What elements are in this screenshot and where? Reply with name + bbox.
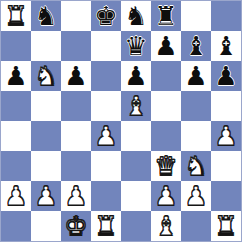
white-bishop-icon[interactable]: ♝ (124, 91, 147, 121)
square-f7[interactable]: ♟ (151, 31, 181, 61)
square-d3[interactable] (91, 151, 121, 181)
white-rook-icon[interactable]: ♜ (94, 211, 117, 241)
white-pawn-icon[interactable]: ♟ (94, 121, 117, 151)
square-h3[interactable] (211, 151, 241, 181)
square-f5[interactable] (151, 91, 181, 121)
square-g5[interactable] (181, 91, 211, 121)
square-g1[interactable] (181, 211, 211, 241)
square-f6[interactable] (151, 61, 181, 91)
square-f4[interactable] (151, 121, 181, 151)
chess-board: ♜♞♚♞♜♛♟♝♝♟♞♟♟♟♟♝♟♟♛♞♟♟♟♟♟♚♜♝♜ (0, 0, 242, 242)
square-e8[interactable]: ♞ (121, 1, 151, 31)
square-b5[interactable] (31, 91, 61, 121)
square-h8[interactable] (211, 1, 241, 31)
square-h7[interactable]: ♝ (211, 31, 241, 61)
square-d5[interactable] (91, 91, 121, 121)
square-a3[interactable] (1, 151, 31, 181)
white-rook-icon[interactable]: ♜ (4, 1, 27, 31)
white-pawn-icon[interactable]: ♟ (4, 181, 27, 211)
white-rook-icon[interactable]: ♜ (214, 211, 237, 241)
square-b3[interactable] (31, 151, 61, 181)
black-pawn-icon[interactable]: ♟ (64, 61, 87, 91)
square-a1[interactable] (1, 211, 31, 241)
black-pawn-icon[interactable]: ♟ (154, 31, 177, 61)
square-h5[interactable] (211, 91, 241, 121)
black-bishop-icon[interactable]: ♝ (184, 31, 207, 61)
white-knight-icon[interactable]: ♞ (184, 151, 207, 181)
black-pawn-icon[interactable]: ♟ (4, 61, 27, 91)
square-c6[interactable]: ♟ (61, 61, 91, 91)
square-g3[interactable]: ♞ (181, 151, 211, 181)
black-knight-icon[interactable]: ♞ (124, 1, 147, 31)
square-g2[interactable]: ♟ (181, 181, 211, 211)
square-c5[interactable] (61, 91, 91, 121)
square-a5[interactable] (1, 91, 31, 121)
square-c7[interactable] (61, 31, 91, 61)
square-c2[interactable]: ♟ (61, 181, 91, 211)
square-a8[interactable]: ♜ (1, 1, 31, 31)
black-bishop-icon[interactable]: ♝ (214, 31, 237, 61)
black-pawn-icon[interactable]: ♟ (184, 61, 207, 91)
white-pawn-icon[interactable]: ♟ (34, 181, 57, 211)
square-e2[interactable] (121, 181, 151, 211)
white-pawn-icon[interactable]: ♟ (214, 121, 237, 151)
square-e7[interactable]: ♛ (121, 31, 151, 61)
square-b1[interactable] (31, 211, 61, 241)
square-e3[interactable] (121, 151, 151, 181)
black-knight-icon[interactable]: ♞ (34, 1, 57, 31)
square-d2[interactable] (91, 181, 121, 211)
square-d1[interactable]: ♜ (91, 211, 121, 241)
square-b6[interactable]: ♞ (31, 61, 61, 91)
white-knight-icon[interactable]: ♞ (34, 61, 57, 91)
square-g4[interactable] (181, 121, 211, 151)
white-pawn-icon[interactable]: ♟ (154, 181, 177, 211)
square-e4[interactable] (121, 121, 151, 151)
square-d8[interactable]: ♚ (91, 1, 121, 31)
square-f8[interactable]: ♜ (151, 1, 181, 31)
square-d4[interactable]: ♟ (91, 121, 121, 151)
white-pawn-icon[interactable]: ♟ (64, 181, 87, 211)
white-queen-icon[interactable]: ♛ (154, 151, 177, 181)
square-a4[interactable] (1, 121, 31, 151)
square-h6[interactable]: ♟ (211, 61, 241, 91)
square-b4[interactable] (31, 121, 61, 151)
square-h4[interactable]: ♟ (211, 121, 241, 151)
square-a6[interactable]: ♟ (1, 61, 31, 91)
white-pawn-icon[interactable]: ♟ (184, 181, 207, 211)
square-b8[interactable]: ♞ (31, 1, 61, 31)
square-e5[interactable]: ♝ (121, 91, 151, 121)
square-d7[interactable] (91, 31, 121, 61)
square-c8[interactable] (61, 1, 91, 31)
black-rook-icon[interactable]: ♜ (154, 1, 177, 31)
square-b7[interactable] (31, 31, 61, 61)
square-c3[interactable] (61, 151, 91, 181)
square-g7[interactable]: ♝ (181, 31, 211, 61)
black-king-icon[interactable]: ♚ (94, 1, 117, 31)
square-c1[interactable]: ♚ (61, 211, 91, 241)
square-d6[interactable] (91, 61, 121, 91)
square-a2[interactable]: ♟ (1, 181, 31, 211)
square-g8[interactable] (181, 1, 211, 31)
square-b2[interactable]: ♟ (31, 181, 61, 211)
square-h2[interactable] (211, 181, 241, 211)
square-e6[interactable]: ♟ (121, 61, 151, 91)
square-f3[interactable]: ♛ (151, 151, 181, 181)
white-king-icon[interactable]: ♚ (64, 211, 87, 241)
square-g6[interactable]: ♟ (181, 61, 211, 91)
square-c4[interactable] (61, 121, 91, 151)
square-e1[interactable] (121, 211, 151, 241)
white-bishop-icon[interactable]: ♝ (154, 211, 177, 241)
black-queen-icon[interactable]: ♛ (124, 31, 147, 61)
square-f2[interactable]: ♟ (151, 181, 181, 211)
square-h1[interactable]: ♜ (211, 211, 241, 241)
square-f1[interactable]: ♝ (151, 211, 181, 241)
black-pawn-icon[interactable]: ♟ (124, 61, 147, 91)
black-pawn-icon[interactable]: ♟ (214, 61, 237, 91)
square-a7[interactable] (1, 31, 31, 61)
